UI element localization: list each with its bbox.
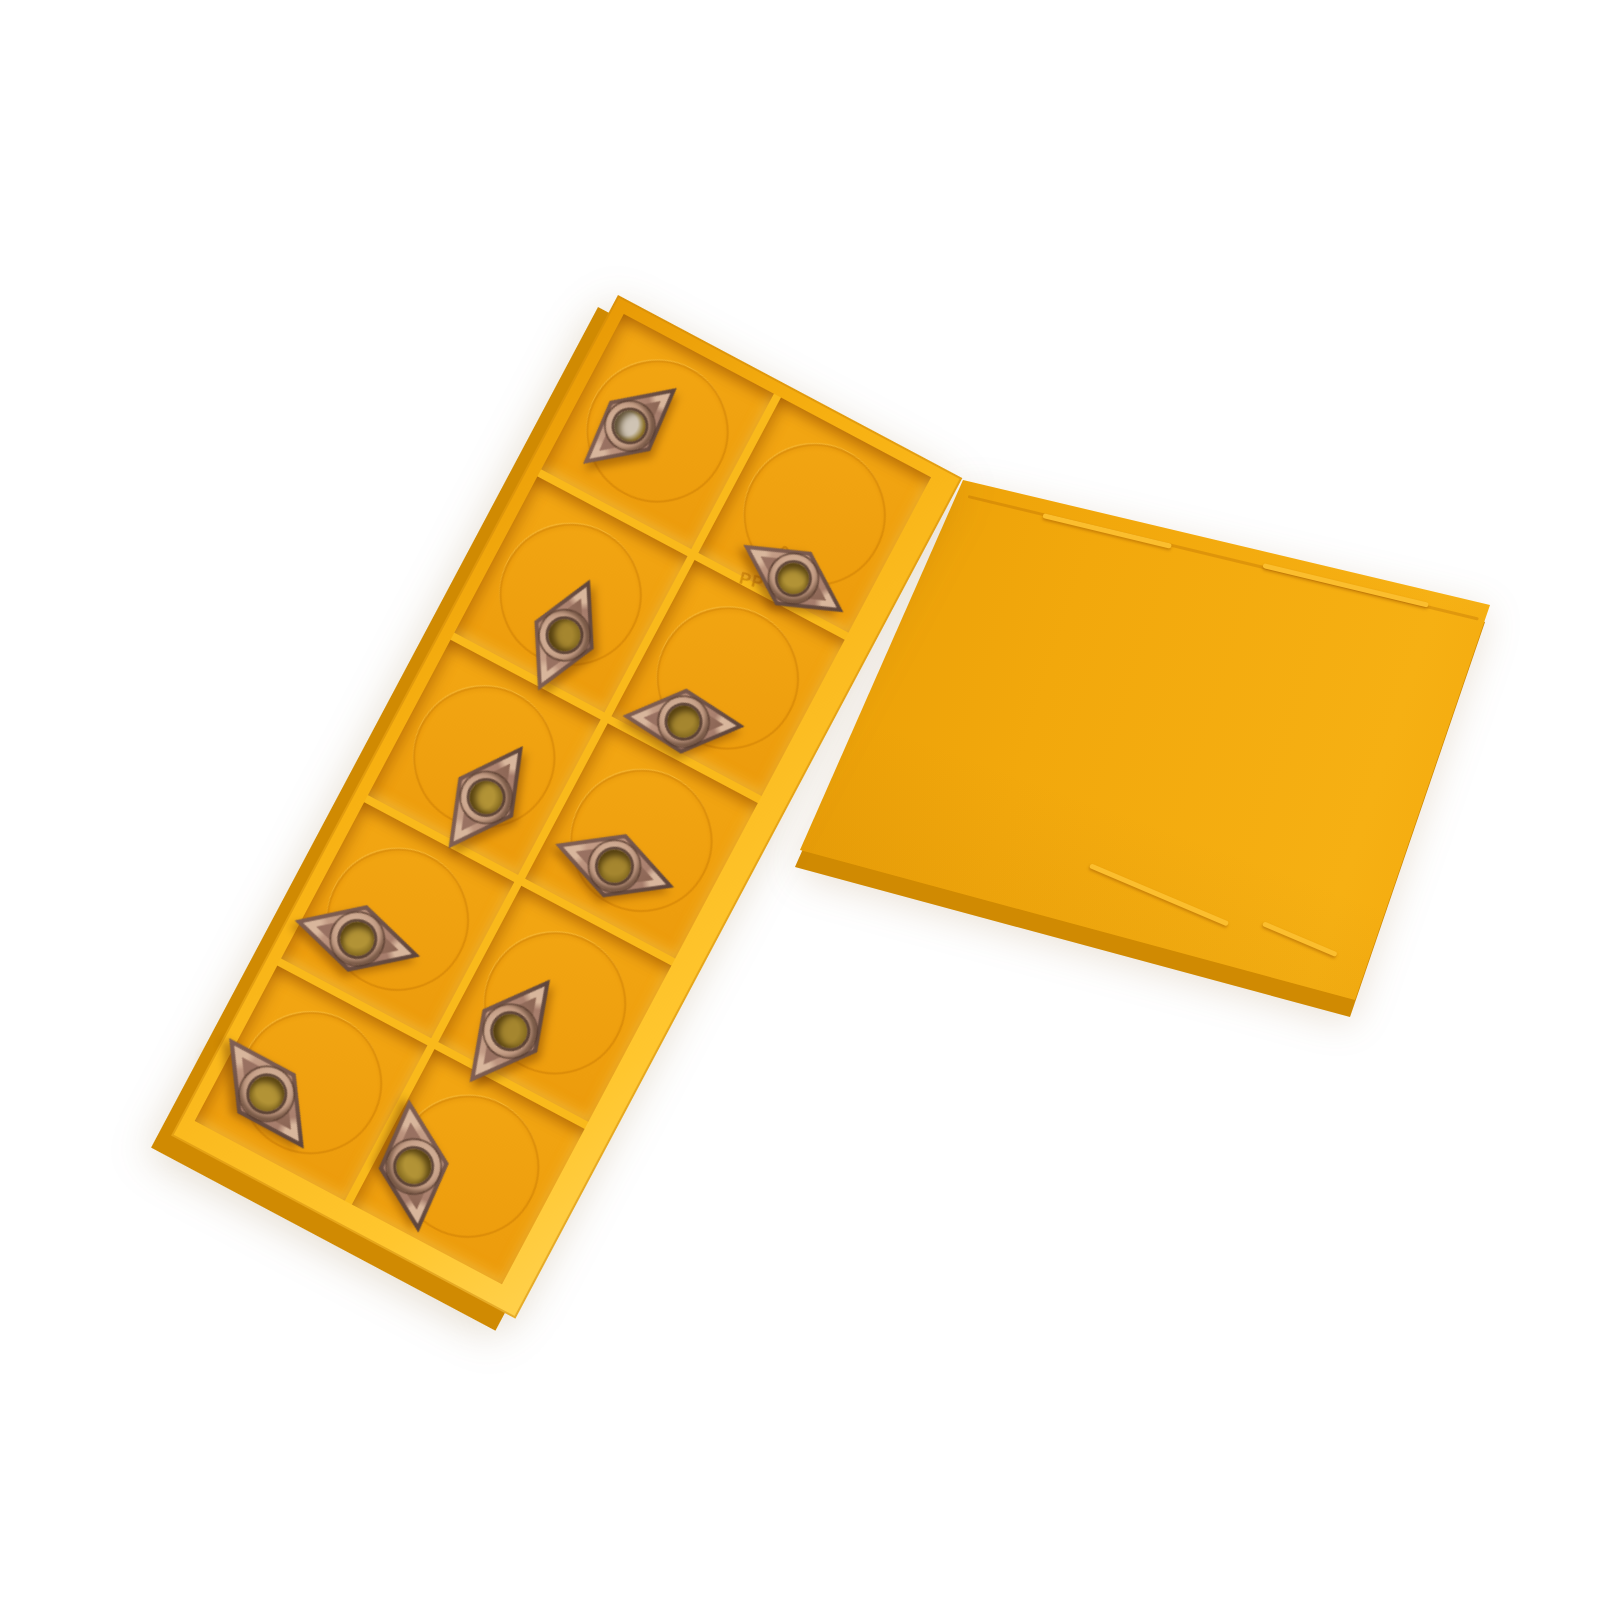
product-photo-scene: ♺ PP — [0, 0, 1600, 1600]
carbide-insert-10 — [374, 1097, 453, 1235]
carbide-insert-4 — [620, 683, 747, 758]
